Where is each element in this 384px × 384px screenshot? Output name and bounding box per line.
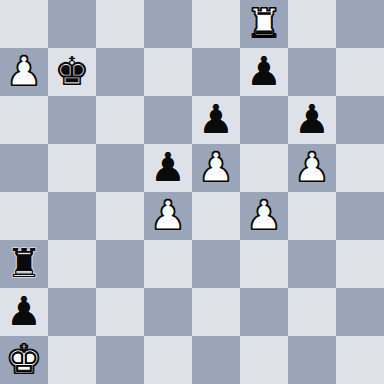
square-g6[interactable]: ♟ — [288, 96, 336, 144]
white-king[interactable]: ♚ — [6, 335, 42, 383]
black-pawn[interactable]: ♟ — [246, 47, 282, 95]
square-e8[interactable] — [192, 0, 240, 48]
square-g4[interactable] — [288, 192, 336, 240]
square-h2[interactable] — [336, 288, 384, 336]
square-a2[interactable]: ♟ — [0, 288, 48, 336]
square-c5[interactable] — [96, 144, 144, 192]
black-pawn[interactable]: ♟ — [294, 95, 330, 143]
white-pawn[interactable]: ♟ — [150, 191, 186, 239]
square-g2[interactable] — [288, 288, 336, 336]
white-pawn[interactable]: ♟ — [294, 143, 330, 191]
square-d3[interactable] — [144, 240, 192, 288]
square-d5[interactable]: ♟ — [144, 144, 192, 192]
square-e2[interactable] — [192, 288, 240, 336]
square-a3[interactable]: ♜ — [0, 240, 48, 288]
square-a5[interactable] — [0, 144, 48, 192]
black-rook[interactable]: ♜ — [6, 239, 42, 287]
square-h1[interactable] — [336, 336, 384, 384]
chess-board: ♜♟♚♟♟♟♟♟♟♟♟♜♟♚ — [0, 0, 384, 384]
square-c8[interactable] — [96, 0, 144, 48]
square-f7[interactable]: ♟ — [240, 48, 288, 96]
square-b4[interactable] — [48, 192, 96, 240]
square-c6[interactable] — [96, 96, 144, 144]
white-pawn[interactable]: ♟ — [6, 47, 42, 95]
square-e1[interactable] — [192, 336, 240, 384]
square-d4[interactable]: ♟ — [144, 192, 192, 240]
square-b2[interactable] — [48, 288, 96, 336]
square-f6[interactable] — [240, 96, 288, 144]
square-a8[interactable] — [0, 0, 48, 48]
square-h4[interactable] — [336, 192, 384, 240]
square-e7[interactable] — [192, 48, 240, 96]
square-a6[interactable] — [0, 96, 48, 144]
square-d8[interactable] — [144, 0, 192, 48]
square-c4[interactable] — [96, 192, 144, 240]
square-h6[interactable] — [336, 96, 384, 144]
square-g3[interactable] — [288, 240, 336, 288]
square-a1[interactable]: ♚ — [0, 336, 48, 384]
white-pawn[interactable]: ♟ — [198, 143, 234, 191]
square-g5[interactable]: ♟ — [288, 144, 336, 192]
square-g8[interactable] — [288, 0, 336, 48]
square-f3[interactable] — [240, 240, 288, 288]
square-g7[interactable] — [288, 48, 336, 96]
white-rook[interactable]: ♜ — [246, 0, 282, 47]
square-c2[interactable] — [96, 288, 144, 336]
square-b8[interactable] — [48, 0, 96, 48]
square-f8[interactable]: ♜ — [240, 0, 288, 48]
black-king[interactable]: ♚ — [54, 47, 90, 95]
square-e3[interactable] — [192, 240, 240, 288]
square-h5[interactable] — [336, 144, 384, 192]
square-h7[interactable] — [336, 48, 384, 96]
square-b1[interactable] — [48, 336, 96, 384]
square-c7[interactable] — [96, 48, 144, 96]
square-b6[interactable] — [48, 96, 96, 144]
square-a4[interactable] — [0, 192, 48, 240]
square-c3[interactable] — [96, 240, 144, 288]
black-pawn[interactable]: ♟ — [6, 287, 42, 335]
square-e6[interactable]: ♟ — [192, 96, 240, 144]
square-b7[interactable]: ♚ — [48, 48, 96, 96]
square-f1[interactable] — [240, 336, 288, 384]
square-b5[interactable] — [48, 144, 96, 192]
square-d1[interactable] — [144, 336, 192, 384]
square-g1[interactable] — [288, 336, 336, 384]
square-f2[interactable] — [240, 288, 288, 336]
square-f4[interactable]: ♟ — [240, 192, 288, 240]
square-h8[interactable] — [336, 0, 384, 48]
square-c1[interactable] — [96, 336, 144, 384]
square-e5[interactable]: ♟ — [192, 144, 240, 192]
square-d7[interactable] — [144, 48, 192, 96]
square-f5[interactable] — [240, 144, 288, 192]
black-pawn[interactable]: ♟ — [150, 143, 186, 191]
square-h3[interactable] — [336, 240, 384, 288]
square-a7[interactable]: ♟ — [0, 48, 48, 96]
square-b3[interactable] — [48, 240, 96, 288]
square-d2[interactable] — [144, 288, 192, 336]
white-pawn[interactable]: ♟ — [246, 191, 282, 239]
black-pawn[interactable]: ♟ — [198, 95, 234, 143]
square-d6[interactable] — [144, 96, 192, 144]
square-e4[interactable] — [192, 192, 240, 240]
